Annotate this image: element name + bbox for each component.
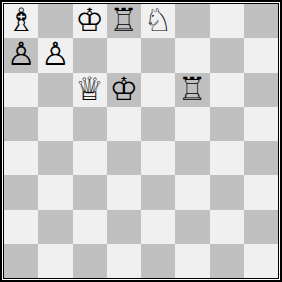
square-c5[interactable] (73, 107, 107, 141)
square-e8[interactable]: ♘ (141, 4, 175, 38)
square-f3[interactable] (175, 175, 209, 209)
square-d4[interactable] (107, 141, 141, 175)
square-g6[interactable] (210, 73, 244, 107)
chess-diagram: ♗♔♖♘♙♙♕♔♖ (0, 0, 282, 282)
square-e7[interactable] (141, 38, 175, 72)
square-h4[interactable] (244, 141, 278, 175)
square-b1[interactable] (38, 244, 72, 278)
white-pawn: ♙ (7, 38, 36, 70)
square-g3[interactable] (210, 175, 244, 209)
white-pawn: ♙ (41, 38, 70, 70)
square-e4[interactable] (141, 141, 175, 175)
square-h6[interactable] (244, 73, 278, 107)
square-d6[interactable]: ♔ (107, 73, 141, 107)
square-h1[interactable] (244, 244, 278, 278)
square-b3[interactable] (38, 175, 72, 209)
square-d7[interactable] (107, 38, 141, 72)
square-h7[interactable] (244, 38, 278, 72)
square-c4[interactable] (73, 141, 107, 175)
square-g1[interactable] (210, 244, 244, 278)
square-g4[interactable] (210, 141, 244, 175)
square-e3[interactable] (141, 175, 175, 209)
white-king: ♔ (75, 4, 104, 36)
square-c8[interactable]: ♔ (73, 4, 107, 38)
square-a3[interactable] (4, 175, 38, 209)
square-a2[interactable] (4, 210, 38, 244)
square-f7[interactable] (175, 38, 209, 72)
chess-board: ♗♔♖♘♙♙♕♔♖ (4, 4, 278, 278)
square-a4[interactable] (4, 141, 38, 175)
square-f2[interactable] (175, 210, 209, 244)
square-f1[interactable] (175, 244, 209, 278)
square-a7[interactable]: ♙ (4, 38, 38, 72)
square-b8[interactable] (38, 4, 72, 38)
square-h5[interactable] (244, 107, 278, 141)
square-h2[interactable] (244, 210, 278, 244)
square-g7[interactable] (210, 38, 244, 72)
square-c6[interactable]: ♕ (73, 73, 107, 107)
square-f6[interactable]: ♖ (175, 73, 209, 107)
square-f8[interactable] (175, 4, 209, 38)
square-f5[interactable] (175, 107, 209, 141)
white-queen: ♕ (75, 73, 104, 105)
square-b2[interactable] (38, 210, 72, 244)
square-c7[interactable] (73, 38, 107, 72)
square-a8[interactable]: ♗ (4, 4, 38, 38)
white-knight: ♘ (144, 4, 173, 36)
square-d2[interactable] (107, 210, 141, 244)
square-e6[interactable] (141, 73, 175, 107)
square-d1[interactable] (107, 244, 141, 278)
square-c3[interactable] (73, 175, 107, 209)
board-frame: ♗♔♖♘♙♙♕♔♖ (0, 0, 282, 282)
square-c2[interactable] (73, 210, 107, 244)
square-d3[interactable] (107, 175, 141, 209)
square-d8[interactable]: ♖ (107, 4, 141, 38)
square-b6[interactable] (38, 73, 72, 107)
square-b5[interactable] (38, 107, 72, 141)
white-rook: ♖ (178, 73, 207, 105)
white-bishop: ♗ (7, 4, 36, 36)
square-e1[interactable] (141, 244, 175, 278)
square-d5[interactable] (107, 107, 141, 141)
square-h3[interactable] (244, 175, 278, 209)
square-a6[interactable] (4, 73, 38, 107)
square-a5[interactable] (4, 107, 38, 141)
square-b7[interactable]: ♙ (38, 38, 72, 72)
square-e2[interactable] (141, 210, 175, 244)
square-e5[interactable] (141, 107, 175, 141)
board-inner-frame: ♗♔♖♘♙♙♕♔♖ (3, 3, 279, 279)
square-c1[interactable] (73, 244, 107, 278)
square-h8[interactable] (244, 4, 278, 38)
white-king: ♔ (110, 73, 139, 105)
square-b4[interactable] (38, 141, 72, 175)
square-g2[interactable] (210, 210, 244, 244)
square-g5[interactable] (210, 107, 244, 141)
square-g8[interactable] (210, 4, 244, 38)
white-rook: ♖ (110, 4, 139, 36)
square-a1[interactable] (4, 244, 38, 278)
square-f4[interactable] (175, 141, 209, 175)
